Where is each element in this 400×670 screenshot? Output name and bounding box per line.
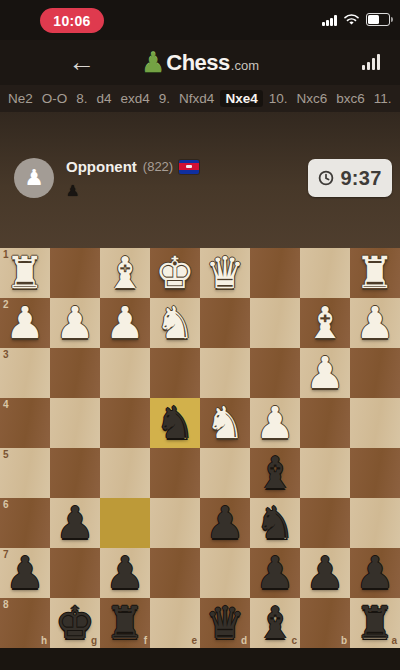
connection-bars-icon [362, 54, 380, 70]
square-h8[interactable]: 8h [0, 598, 50, 648]
square-d6[interactable]: ♟ [200, 498, 250, 548]
logo-pawn-icon: ♟ [141, 47, 165, 79]
square-b1[interactable] [300, 248, 350, 298]
square-f7[interactable]: ♟ [100, 548, 150, 598]
white-bishop-f1: ♝ [100, 248, 150, 298]
captured-pieces: ♟ [66, 182, 79, 200]
move-token[interactable]: exd4 [121, 91, 150, 106]
square-f4[interactable] [100, 398, 150, 448]
chess-board[interactable]: ♜1♝♚♛♜♟2♟♟♞♝♟3♟4♞♞♟5♝6♟♟♞♟7♟♟♟♟8h♚g♜fe♛d… [0, 248, 400, 648]
square-c4[interactable]: ♟ [250, 398, 300, 448]
square-g5[interactable] [50, 448, 100, 498]
black-pawn-c7: ♟ [250, 548, 300, 598]
move-token[interactable]: 9. [159, 91, 170, 106]
white-rook-a1: ♜ [350, 248, 400, 298]
square-e8[interactable]: e [150, 598, 200, 648]
square-e1[interactable]: ♚ [150, 248, 200, 298]
rank-label-2: 2 [3, 300, 9, 310]
square-d7[interactable] [200, 548, 250, 598]
square-b6[interactable] [300, 498, 350, 548]
square-a8[interactable]: ♜a [350, 598, 400, 648]
square-h4[interactable]: 4 [0, 398, 50, 448]
status-icons [322, 12, 390, 26]
bottom-strip [0, 648, 400, 670]
move-token[interactable]: 11. [374, 91, 392, 106]
file-label-g: g [91, 636, 97, 646]
white-pawn-a2: ♟ [350, 298, 400, 348]
status-bar: 10:06 [0, 0, 400, 40]
white-queen-d1: ♛ [200, 248, 250, 298]
move-token[interactable]: Nxe4 [220, 90, 262, 107]
file-label-h: h [41, 636, 47, 646]
move-token[interactable]: 8. [76, 91, 87, 106]
square-e6[interactable] [150, 498, 200, 548]
file-label-f: f [144, 636, 147, 646]
square-h7[interactable]: ♟7 [0, 548, 50, 598]
file-label-a: a [391, 636, 397, 646]
square-c6[interactable]: ♞ [250, 498, 300, 548]
square-b5[interactable] [300, 448, 350, 498]
square-h1[interactable]: ♜1 [0, 248, 50, 298]
square-e2[interactable]: ♞ [150, 298, 200, 348]
square-c2[interactable] [250, 298, 300, 348]
rank-label-3: 3 [3, 350, 9, 360]
avatar-pawn-icon: ♟ [24, 167, 44, 189]
clock-time: 9:37 [340, 167, 381, 190]
square-f5[interactable] [100, 448, 150, 498]
square-f6[interactable] [100, 498, 150, 548]
square-f3[interactable] [100, 348, 150, 398]
rank-label-8: 8 [3, 600, 9, 610]
square-a1[interactable]: ♜ [350, 248, 400, 298]
square-d3[interactable] [200, 348, 250, 398]
square-h2[interactable]: ♟2 [0, 298, 50, 348]
square-a6[interactable] [350, 498, 400, 548]
square-h6[interactable]: 6 [0, 498, 50, 548]
player-name: Opponent [66, 158, 137, 175]
opponent-panel: ♟ Opponent (822) ♟ 9:37 [0, 112, 400, 248]
square-h3[interactable]: 3 [0, 348, 50, 398]
avatar[interactable]: ♟ [14, 158, 54, 198]
square-c5[interactable]: ♝ [250, 448, 300, 498]
wifi-icon [343, 13, 360, 26]
square-b7[interactable]: ♟ [300, 548, 350, 598]
move-token[interactable]: 10. [269, 91, 288, 106]
square-g3[interactable] [50, 348, 100, 398]
app-header: ← ♟ Chess .com [0, 40, 400, 85]
rank-label-1: 1 [3, 250, 9, 260]
move-token[interactable]: O-O [42, 91, 68, 106]
rank-label-6: 6 [3, 500, 9, 510]
square-e5[interactable] [150, 448, 200, 498]
chess-app-screen: 10:06 ← ♟ Chess .com Ne2O-O8.d4exd49.Nfx… [0, 0, 400, 670]
cellular-signal-icon [322, 15, 337, 26]
black-knight-c6: ♞ [250, 498, 300, 548]
square-g2[interactable]: ♟ [50, 298, 100, 348]
status-time: 10:06 [40, 8, 104, 33]
square-d1[interactable]: ♛ [200, 248, 250, 298]
square-f1[interactable]: ♝ [100, 248, 150, 298]
square-a3[interactable] [350, 348, 400, 398]
square-d4[interactable]: ♞ [200, 398, 250, 448]
file-label-c: c [291, 636, 297, 646]
square-c1[interactable] [250, 248, 300, 298]
black-pawn-b7: ♟ [300, 548, 350, 598]
rank-label-5: 5 [3, 450, 9, 460]
file-label-b: b [341, 636, 347, 646]
white-bishop-b2: ♝ [300, 298, 350, 348]
square-g4[interactable] [50, 398, 100, 448]
white-knight-e2: ♞ [150, 298, 200, 348]
move-token[interactable]: Ne2 [8, 91, 33, 106]
square-a7[interactable]: ♟ [350, 548, 400, 598]
square-b8[interactable]: b [300, 598, 350, 648]
white-king-e1: ♚ [150, 248, 200, 298]
square-c8[interactable]: ♝c [250, 598, 300, 648]
square-e3[interactable] [150, 348, 200, 398]
square-c3[interactable] [250, 348, 300, 398]
square-h5[interactable]: 5 [0, 448, 50, 498]
logo-suffix-text: .com [231, 58, 259, 73]
black-rook-f8: ♜ [100, 598, 150, 648]
chesscom-logo: ♟ Chess .com [0, 40, 400, 85]
white-knight-d4: ♞ [200, 398, 250, 448]
square-b3[interactable]: ♟ [300, 348, 350, 398]
move-token[interactable]: Nfxd4 [179, 91, 214, 106]
square-g8[interactable]: ♚g [50, 598, 100, 648]
logo-text: Chess [166, 50, 230, 76]
rank-label-4: 4 [3, 400, 9, 410]
black-knight-e4: ♞ [150, 398, 200, 448]
square-e7[interactable] [150, 548, 200, 598]
square-a4[interactable] [350, 398, 400, 448]
black-pawn-d6: ♟ [200, 498, 250, 548]
square-g6[interactable]: ♟ [50, 498, 100, 548]
black-pawn-a7: ♟ [350, 548, 400, 598]
black-pawn-f7: ♟ [100, 548, 150, 598]
white-pawn-c4: ♟ [250, 398, 300, 448]
square-c7[interactable]: ♟ [250, 548, 300, 598]
square-f8[interactable]: ♜f [100, 598, 150, 648]
black-bishop-c5: ♝ [250, 448, 300, 498]
file-label-e: e [191, 636, 197, 646]
clock-icon [318, 170, 334, 186]
square-b4[interactable] [300, 398, 350, 448]
square-g1[interactable] [50, 248, 100, 298]
move-list[interactable]: Ne2O-O8.d4exd49.Nfxd4Nxe410.Nxc6bxc611.B… [0, 85, 400, 112]
square-a2[interactable]: ♟ [350, 298, 400, 348]
square-d2[interactable] [200, 298, 250, 348]
battery-icon [366, 13, 390, 26]
square-f2[interactable]: ♟ [100, 298, 150, 348]
square-a5[interactable] [350, 448, 400, 498]
rank-label-7: 7 [3, 550, 9, 560]
square-e4[interactable]: ♞ [150, 398, 200, 448]
black-pawn-g6: ♟ [50, 498, 100, 548]
player-rating: (822) [143, 159, 173, 174]
square-g7[interactable] [50, 548, 100, 598]
square-d8[interactable]: ♛d [200, 598, 250, 648]
opponent-clock: 9:37 [308, 159, 392, 197]
white-pawn-f2: ♟ [100, 298, 150, 348]
move-token[interactable]: d4 [97, 91, 112, 106]
move-token[interactable]: bxc6 [336, 91, 365, 106]
white-pawn-g2: ♟ [50, 298, 100, 348]
white-pawn-b3: ♟ [300, 348, 350, 398]
cambodia-flag-icon [179, 160, 199, 174]
square-d5[interactable] [200, 448, 250, 498]
move-token[interactable]: Nxc6 [296, 91, 327, 106]
file-label-d: d [241, 636, 247, 646]
square-b2[interactable]: ♝ [300, 298, 350, 348]
